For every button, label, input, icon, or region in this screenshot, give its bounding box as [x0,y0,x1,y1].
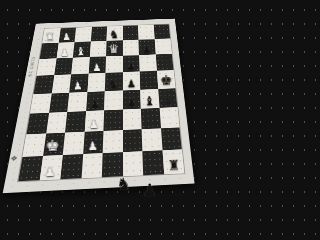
square-d6[interactable]: ♟ [123,89,141,109]
piece-white-bishop-g3[interactable]: ♝ [76,45,87,57]
square-c3[interactable] [65,111,86,133]
square-b4[interactable]: ♟ [83,131,104,154]
piece-white-pawn-a2[interactable]: ♟ [44,166,56,179]
piece-black-pawn-d4[interactable]: ♟ [90,98,100,109]
square-h4[interactable] [91,27,108,42]
square-c2[interactable] [46,112,67,134]
piece-black-knight-h5[interactable]: ♞ [109,29,119,40]
square-a5[interactable] [102,152,123,177]
piece-white-pawn-e3[interactable]: ♟ [73,80,83,91]
square-h3[interactable] [74,27,91,42]
board: ♜♟♞♟♝♛♟♟♟♟♞♟♚♟♟♝♛♟♚♟♟♜ [18,24,184,181]
brand-label: WE CHESS [27,56,36,77]
square-f3[interactable] [71,57,89,74]
square-g4[interactable] [89,41,106,57]
square-g7[interactable]: ♟ [138,39,155,55]
piece-black-king-e8[interactable]: ♚ [160,73,173,87]
square-e2[interactable] [51,75,71,94]
square-b6[interactable] [123,129,143,152]
square-a8[interactable]: ♜ [162,149,184,174]
square-h2[interactable]: ♟ [58,28,76,43]
piece-white-rook-h1[interactable]: ♜ [45,32,55,43]
square-a2[interactable]: ♟ [39,155,62,180]
square-a4[interactable] [81,153,103,178]
square-b7[interactable] [142,128,163,151]
square-f4[interactable]: ♟ [88,57,106,74]
piece-black-pawn-e6[interactable]: ♟ [126,78,136,89]
square-d8[interactable]: ♛ [158,88,178,108]
square-e7[interactable] [140,71,158,89]
square-h7[interactable] [138,25,154,40]
square-f2[interactable] [54,58,73,75]
square-d7[interactable]: ♝ [140,89,159,109]
square-a7[interactable] [142,150,163,175]
square-e6[interactable]: ♟ [123,72,141,90]
piece-white-queen-g5[interactable]: ♛ [108,43,119,55]
piece-white-king-b2[interactable]: ♚ [45,138,60,154]
square-h8[interactable] [153,24,170,39]
piece-black-knight-e5[interactable]: ♞ [108,77,119,89]
square-d3[interactable] [67,92,87,112]
square-a6[interactable] [123,151,144,176]
square-d5[interactable] [104,90,122,110]
square-g6[interactable] [123,40,139,56]
brand-logo-icon: ❖ [10,156,18,163]
square-e4[interactable] [87,73,105,92]
square-b1[interactable] [23,133,46,156]
piece-black-queen-d8[interactable]: ♛ [161,93,174,107]
piece-white-pawn-f4[interactable]: ♟ [92,62,102,72]
square-d2[interactable] [49,92,70,112]
piece-black-pawn-f6[interactable]: ♟ [126,61,135,71]
square-c1[interactable] [26,113,48,135]
square-c8[interactable] [159,107,179,128]
piece-black-pawn-d6[interactable]: ♟ [126,97,136,108]
square-f5[interactable] [105,56,122,73]
square-f7[interactable] [139,55,157,72]
square-f8[interactable] [155,54,173,71]
square-c4[interactable]: ♟ [84,110,104,132]
square-c5[interactable] [103,109,122,130]
photo-scene: WE CHESS ❖ ♜♟♞♟♝♛♟♟♟♟♞♟♚♟♟♝♛♟♚♟♟♜ [0,0,200,200]
chess-mat: WE CHESS ❖ ♜♟♞♟♝♛♟♟♟♟♞♟♚♟♟♝♛♟♚♟♟♜ [3,19,195,194]
piece-black-bishop-d7[interactable]: ♝ [144,94,156,107]
square-d4[interactable]: ♟ [86,91,105,111]
square-f6[interactable]: ♟ [123,55,140,72]
square-b2[interactable]: ♚ [43,132,65,155]
piece-white-pawn-g2[interactable]: ♟ [60,47,69,57]
square-c7[interactable] [141,108,161,129]
square-g5[interactable]: ♛ [106,40,123,56]
piece-white-pawn-c4[interactable]: ♟ [88,119,99,131]
square-a3[interactable] [60,154,83,179]
square-g8[interactable] [154,39,171,55]
square-b3[interactable] [63,132,85,155]
square-b5[interactable] [103,130,123,153]
piece-white-pawn-h2[interactable]: ♟ [62,32,71,42]
square-b8[interactable] [161,127,182,150]
square-g2[interactable]: ♟ [56,42,74,58]
square-e8[interactable]: ♚ [157,70,176,88]
piece-black-rook-a8[interactable]: ♜ [167,158,180,172]
piece-white-pawn-b4[interactable]: ♟ [87,140,98,152]
square-c6[interactable] [123,108,142,129]
piece-black-pawn-g7[interactable]: ♟ [142,44,151,54]
square-e5[interactable]: ♞ [105,72,123,90]
square-e3[interactable]: ♟ [69,74,88,93]
square-g3[interactable]: ♝ [73,42,91,58]
square-h5[interactable]: ♞ [107,26,123,41]
square-h6[interactable] [123,25,139,40]
